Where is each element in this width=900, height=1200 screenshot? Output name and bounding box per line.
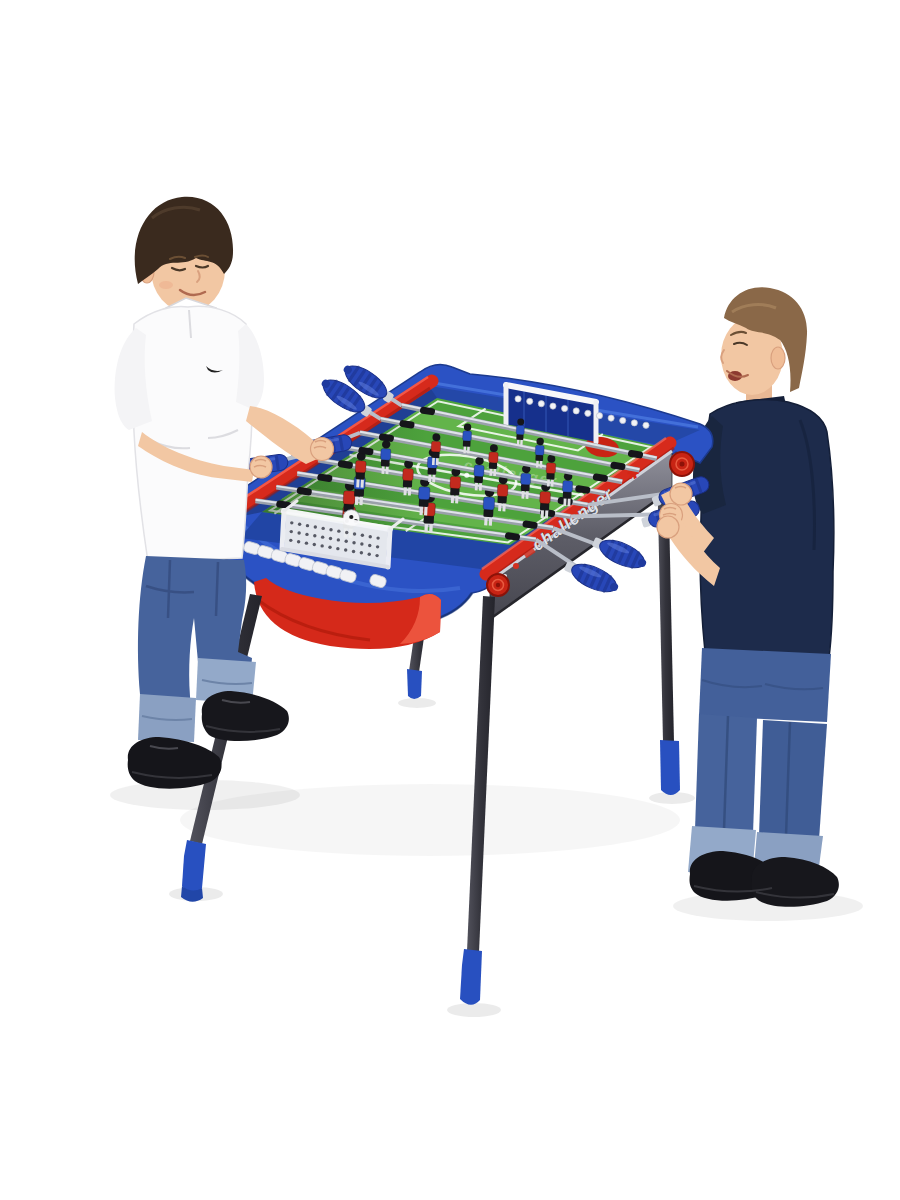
net-hole: [297, 540, 300, 543]
net-hole: [313, 543, 316, 546]
net-hole: [361, 534, 364, 537]
score-bead-far: [643, 422, 649, 428]
net-hole: [305, 533, 308, 536]
net-hole: [306, 524, 309, 527]
score-bead-far: [585, 410, 591, 416]
net-hole: [344, 548, 347, 551]
score-bead-far: [538, 401, 544, 407]
right-boy-jeans-right-leg: [759, 720, 827, 840]
right-boy-ear: [771, 347, 785, 369]
net-hole: [329, 537, 332, 540]
net-hole: [376, 545, 379, 548]
net-hole: [345, 531, 348, 534]
net-hole: [298, 523, 301, 526]
table-foot-front-left: [182, 840, 206, 893]
net-hole: [352, 550, 355, 553]
score-bead-far: [550, 403, 556, 409]
right-boy: [688, 287, 839, 907]
net-hole: [345, 540, 348, 543]
net-hole: [290, 530, 293, 533]
score-bead-far: [561, 405, 567, 411]
left-boy-right-sleeve: [236, 324, 264, 410]
score-bead-far: [515, 396, 521, 402]
net-hole: [369, 535, 372, 538]
net-hole: [375, 554, 378, 557]
net-hole: [360, 551, 363, 554]
net-hole: [297, 531, 300, 534]
net-hole: [328, 546, 331, 549]
foosball-product-photo: { "game": "table football (foosball)", "…: [0, 0, 900, 1200]
net-hole: [360, 542, 363, 545]
net-hole: [376, 536, 379, 539]
score-bead-far: [631, 420, 637, 426]
rod-handle: [589, 532, 650, 574]
score-bead-far: [527, 398, 533, 404]
net-hole: [305, 541, 308, 544]
net-hole: [353, 532, 356, 535]
net-hole: [337, 529, 340, 532]
net-hole: [321, 535, 324, 538]
score-bead-far: [596, 413, 602, 419]
net-hole: [321, 527, 324, 530]
foosball-table: challenger: [204, 359, 713, 649]
right-boy-left-fist-2: [657, 516, 679, 538]
net-hole: [289, 539, 292, 542]
left-boy-right-shoe: [202, 691, 289, 741]
left-boy-polo: [133, 306, 253, 562]
net-hole: [337, 538, 340, 541]
net-hole: [368, 553, 371, 556]
net-hole: [352, 541, 355, 544]
rod-handle: [561, 556, 622, 598]
table-foot-back-left: [407, 669, 422, 699]
table-foot-back-right: [660, 740, 680, 795]
left-boy-left-shoe: [128, 737, 222, 789]
score-bead-far: [620, 417, 626, 423]
net-hole: [320, 544, 323, 547]
table-foot-front-right: [460, 949, 482, 1005]
score-bead-far: [608, 415, 614, 421]
net-hole: [368, 544, 371, 547]
net-hole: [314, 525, 317, 528]
table-leg-front-right: [467, 596, 495, 952]
net-hole: [329, 528, 332, 531]
net-hole: [290, 521, 293, 524]
score-bead-far: [573, 408, 579, 414]
net-hole: [336, 547, 339, 550]
right-boy-right-shoe: [752, 857, 839, 907]
illustration-canvas: challenger: [0, 0, 900, 1200]
net-hole: [313, 534, 316, 537]
